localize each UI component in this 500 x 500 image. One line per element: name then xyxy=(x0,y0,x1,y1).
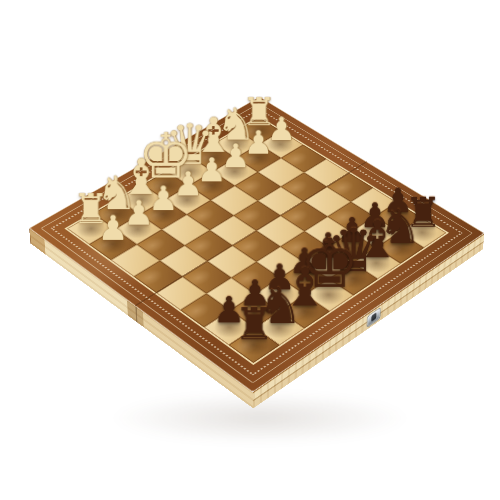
clasp-pin xyxy=(371,312,376,322)
chess-board: ♜♞♝♚♛♝♞♜♟♟♟♟♟♟♟♟♟♟♟♟♟♟♟♟♜♞♝♚♛♝♞♜ xyxy=(29,97,484,393)
product-photo-scene: ♜♞♝♚♛♝♞♜♟♟♟♟♟♟♟♟♟♟♟♟♟♟♟♟♜♞♝♚♛♝♞♜ xyxy=(0,0,500,500)
board-grid: ♜♞♝♚♛♝♞♜♟♟♟♟♟♟♟♟♟♟♟♟♟♟♟♟♜♞♝♚♛♝♞♜ xyxy=(64,116,449,365)
metal-clasp xyxy=(367,308,380,327)
square-e5 xyxy=(232,231,280,262)
